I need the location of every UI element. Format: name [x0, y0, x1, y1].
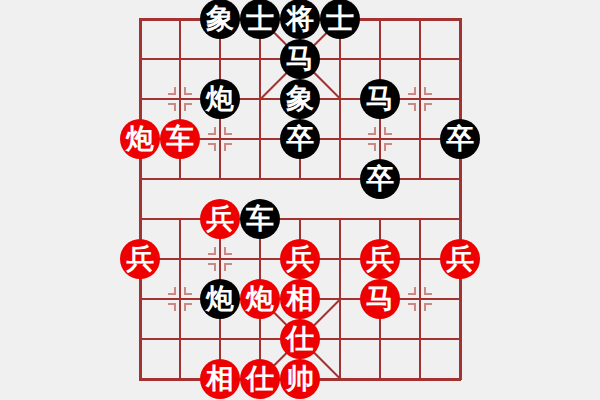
piece-black-advisor[interactable]: 士	[320, 0, 360, 39]
star-point-mark	[168, 87, 176, 95]
piece-black-soldier[interactable]: 卒	[280, 119, 320, 159]
grid-line-vertical	[179, 218, 181, 380]
piece-black-horse[interactable]: 马	[280, 39, 320, 79]
piece-red-king[interactable]: 帅	[280, 359, 320, 399]
piece-red-elephant[interactable]: 相	[280, 279, 320, 319]
star-point-mark	[368, 143, 376, 151]
star-point-mark	[184, 303, 192, 311]
piece-red-advisor[interactable]: 仕	[280, 319, 320, 359]
star-point-mark	[184, 87, 192, 95]
piece-black-king[interactable]: 将	[280, 0, 320, 39]
piece-red-soldier[interactable]: 兵	[280, 239, 320, 279]
star-point-mark	[208, 143, 216, 151]
piece-red-cannon[interactable]: 炮	[240, 279, 280, 319]
star-point-mark	[208, 127, 216, 135]
star-point-mark	[184, 103, 192, 111]
grid-line-vertical	[459, 18, 462, 380]
star-point-mark	[408, 87, 416, 95]
star-point-mark	[368, 127, 376, 135]
star-point-mark	[384, 127, 392, 135]
xiangqi-board: 象士将士马炮象马炮车卒卒卒兵车兵兵兵兵炮炮相马仕相仕帅	[140, 19, 460, 379]
star-point-mark	[408, 303, 416, 311]
star-point-mark	[168, 303, 176, 311]
piece-red-advisor[interactable]: 仕	[240, 359, 280, 399]
star-point-mark	[224, 143, 232, 151]
xiangqi-screen: 象士将士马炮象马炮车卒卒卒兵车兵兵兵兵炮炮相马仕相仕帅	[0, 0, 600, 400]
star-point-mark	[384, 143, 392, 151]
piece-black-soldier[interactable]: 卒	[440, 119, 480, 159]
grid-line-vertical	[419, 18, 421, 180]
piece-black-elephant[interactable]: 象	[280, 79, 320, 119]
grid-line-vertical	[139, 18, 142, 380]
piece-black-elephant[interactable]: 象	[200, 0, 240, 39]
star-point-mark	[424, 303, 432, 311]
piece-black-horse[interactable]: 马	[360, 79, 400, 119]
grid-line-vertical	[419, 218, 421, 380]
star-point-mark	[168, 287, 176, 295]
piece-black-cannon[interactable]: 炮	[200, 79, 240, 119]
star-point-mark	[224, 263, 232, 271]
star-point-mark	[408, 287, 416, 295]
star-point-mark	[208, 247, 216, 255]
star-point-mark	[208, 263, 216, 271]
piece-black-soldier[interactable]: 卒	[360, 159, 400, 199]
piece-red-chariot[interactable]: 车	[160, 119, 200, 159]
piece-red-elephant[interactable]: 相	[200, 359, 240, 399]
piece-red-soldier[interactable]: 兵	[360, 239, 400, 279]
star-point-mark	[408, 103, 416, 111]
star-point-mark	[168, 103, 176, 111]
star-point-mark	[424, 287, 432, 295]
piece-red-soldier[interactable]: 兵	[120, 239, 160, 279]
piece-red-soldier[interactable]: 兵	[200, 199, 240, 239]
star-point-mark	[424, 87, 432, 95]
piece-black-advisor[interactable]: 士	[240, 0, 280, 39]
piece-red-cannon[interactable]: 炮	[120, 119, 160, 159]
piece-red-soldier[interactable]: 兵	[440, 239, 480, 279]
star-point-mark	[224, 247, 232, 255]
star-point-mark	[424, 103, 432, 111]
star-point-mark	[184, 287, 192, 295]
star-point-mark	[224, 127, 232, 135]
piece-black-cannon[interactable]: 炮	[200, 279, 240, 319]
piece-black-chariot[interactable]: 车	[240, 199, 280, 239]
piece-red-horse[interactable]: 马	[360, 279, 400, 319]
